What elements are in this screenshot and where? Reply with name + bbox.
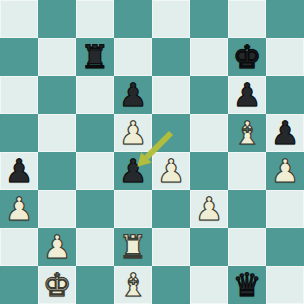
square-h7[interactable]	[266, 38, 304, 76]
black-pawn[interactable]: ♟	[233, 76, 262, 114]
square-h2[interactable]	[266, 228, 304, 266]
black-rook[interactable]: ♜	[81, 38, 110, 76]
square-b5[interactable]	[38, 114, 76, 152]
square-c2[interactable]	[76, 228, 114, 266]
square-c6[interactable]	[76, 76, 114, 114]
square-f1[interactable]	[190, 266, 228, 304]
square-d3[interactable]	[114, 190, 152, 228]
square-g3[interactable]	[228, 190, 266, 228]
square-a2[interactable]	[0, 228, 38, 266]
square-d4[interactable]: ♟	[114, 152, 152, 190]
square-e7[interactable]	[152, 38, 190, 76]
square-b4[interactable]	[38, 152, 76, 190]
square-a7[interactable]	[0, 38, 38, 76]
square-a3[interactable]: ♟	[0, 190, 38, 228]
square-d5[interactable]: ♟	[114, 114, 152, 152]
square-e5[interactable]	[152, 114, 190, 152]
square-c4[interactable]	[76, 152, 114, 190]
square-g5[interactable]: ♝	[228, 114, 266, 152]
black-pawn[interactable]: ♟	[119, 76, 148, 114]
square-b7[interactable]	[38, 38, 76, 76]
black-king[interactable]: ♚	[233, 38, 262, 76]
square-d7[interactable]	[114, 38, 152, 76]
square-c3[interactable]	[76, 190, 114, 228]
square-e2[interactable]	[152, 228, 190, 266]
square-a4[interactable]: ♟	[0, 152, 38, 190]
square-d6[interactable]: ♟	[114, 76, 152, 114]
square-g8[interactable]	[228, 0, 266, 38]
square-b2[interactable]: ♟	[38, 228, 76, 266]
square-b1[interactable]: ♚	[38, 266, 76, 304]
square-g4[interactable]	[228, 152, 266, 190]
white-rook[interactable]: ♜	[119, 228, 148, 266]
square-a1[interactable]	[0, 266, 38, 304]
square-h4[interactable]: ♟	[266, 152, 304, 190]
chess-board: ♜♚♟♟♟♝♟♟♟♟♟♟♟♟♜♚♝♛	[0, 0, 304, 304]
square-a6[interactable]	[0, 76, 38, 114]
white-pawn[interactable]: ♟	[43, 228, 72, 266]
white-bishop[interactable]: ♝	[119, 266, 148, 304]
square-h8[interactable]	[266, 0, 304, 38]
black-pawn[interactable]: ♟	[119, 152, 148, 190]
square-c8[interactable]	[76, 0, 114, 38]
square-g7[interactable]: ♚	[228, 38, 266, 76]
square-g1[interactable]: ♛	[228, 266, 266, 304]
black-pawn[interactable]: ♟	[271, 114, 300, 152]
square-c7[interactable]: ♜	[76, 38, 114, 76]
square-f2[interactable]	[190, 228, 228, 266]
square-c1[interactable]	[76, 266, 114, 304]
white-pawn[interactable]: ♟	[157, 152, 186, 190]
square-e1[interactable]	[152, 266, 190, 304]
white-king[interactable]: ♚	[43, 266, 72, 304]
black-queen[interactable]: ♛	[233, 266, 262, 304]
square-h6[interactable]	[266, 76, 304, 114]
square-f6[interactable]	[190, 76, 228, 114]
square-h3[interactable]	[266, 190, 304, 228]
square-b3[interactable]	[38, 190, 76, 228]
square-f4[interactable]	[190, 152, 228, 190]
white-pawn[interactable]: ♟	[5, 190, 34, 228]
square-a8[interactable]	[0, 0, 38, 38]
square-g2[interactable]	[228, 228, 266, 266]
square-e4[interactable]: ♟	[152, 152, 190, 190]
square-h1[interactable]	[266, 266, 304, 304]
square-d8[interactable]	[114, 0, 152, 38]
square-g6[interactable]: ♟	[228, 76, 266, 114]
square-d1[interactable]: ♝	[114, 266, 152, 304]
square-e8[interactable]	[152, 0, 190, 38]
black-pawn[interactable]: ♟	[5, 152, 34, 190]
square-d2[interactable]: ♜	[114, 228, 152, 266]
square-b6[interactable]	[38, 76, 76, 114]
white-bishop[interactable]: ♝	[233, 114, 262, 152]
square-f5[interactable]	[190, 114, 228, 152]
square-c5[interactable]	[76, 114, 114, 152]
square-e6[interactable]	[152, 76, 190, 114]
square-f3[interactable]: ♟	[190, 190, 228, 228]
white-pawn[interactable]: ♟	[195, 190, 224, 228]
white-pawn[interactable]: ♟	[119, 114, 148, 152]
square-f8[interactable]	[190, 0, 228, 38]
square-a5[interactable]	[0, 114, 38, 152]
square-b8[interactable]	[38, 0, 76, 38]
square-f7[interactable]	[190, 38, 228, 76]
square-h5[interactable]: ♟	[266, 114, 304, 152]
white-pawn[interactable]: ♟	[271, 152, 300, 190]
square-e3[interactable]	[152, 190, 190, 228]
